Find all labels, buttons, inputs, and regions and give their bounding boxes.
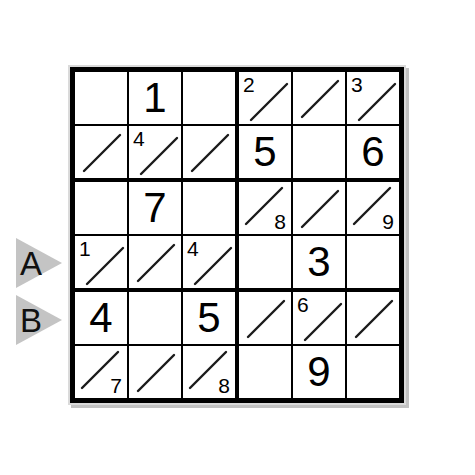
given-digit-below-slash: 8 [218,374,230,397]
cell-r1c6[interactable]: 3 [347,72,399,126]
cell-r1c3[interactable] [183,72,239,126]
cell-r3c3[interactable] [183,182,239,236]
cell-r6c2[interactable] [129,346,183,398]
cell-r3c5[interactable] [293,182,347,236]
cell-r5c4[interactable] [239,292,293,346]
given-digit-above-slash: 4 [187,237,199,260]
given-digit: 7 [143,187,166,229]
cell-slash [347,292,399,344]
cell-r2c2[interactable]: 4 [129,126,183,182]
given-digit-below-slash: 8 [274,210,286,233]
given-digit: 3 [307,241,330,283]
cell-r4c1[interactable]: 1 [75,236,129,292]
cell-r3c2[interactable]: 7 [129,182,183,236]
cell-r4c3[interactable]: 4 [183,236,239,292]
given-digit-below-slash: 9 [382,210,394,233]
cell-r5c3[interactable]: 5 [183,292,239,346]
marker-a-label: A [20,247,42,280]
cell-r6c1[interactable]: 7 [75,346,129,398]
cell-r5c5[interactable]: 6 [293,292,347,346]
cell-r3c1[interactable] [75,182,129,236]
cell-slash [293,72,345,124]
cell-r6c4[interactable] [239,346,293,398]
given-digit: 1 [143,77,166,119]
cell-slash [293,182,345,234]
cell-slash [183,126,235,178]
marker-b-label: B [20,304,42,337]
cell-r5c2[interactable] [129,292,183,346]
cell-r3c6[interactable]: 9 [347,182,399,236]
cell-r2c5[interactable] [293,126,347,182]
cell-r2c3[interactable] [183,126,239,182]
cell-r3c4[interactable]: 8 [239,182,293,236]
cell-r2c6[interactable]: 6 [347,126,399,182]
cell-r6c6[interactable] [347,346,399,398]
cell-slash [75,126,127,178]
cell-r2c4[interactable]: 5 [239,126,293,182]
cell-r1c5[interactable] [293,72,347,126]
cell-r4c4[interactable] [239,236,293,292]
given-digit-above-slash: 3 [351,73,363,96]
board: 123456789143456789 [70,67,404,403]
cell-r6c5[interactable]: 9 [293,346,347,398]
cell-r4c5[interactable]: 3 [293,236,347,292]
cell-r2c1[interactable] [75,126,129,182]
cell-slash [129,346,181,398]
given-digit-above-slash: 6 [297,293,309,316]
given-digit-below-slash: 7 [110,374,122,397]
marker-b: B [16,295,62,345]
given-digit-above-slash: 1 [79,237,91,260]
given-digit: 4 [89,297,112,339]
given-digit: 6 [361,131,384,173]
cell-r1c2[interactable]: 1 [129,72,183,126]
cell-r4c2[interactable] [129,236,183,292]
cell-r5c6[interactable] [347,292,399,346]
cell-r4c6[interactable] [347,236,399,292]
given-digit: 5 [197,297,220,339]
cell-r5c1[interactable]: 4 [75,292,129,346]
cell-r6c3[interactable]: 8 [183,346,239,398]
cell-slash [239,292,291,344]
cell-r1c4[interactable]: 2 [239,72,293,126]
puzzle-canvas: A B 123456789143456789 [0,0,475,475]
cell-r1c1[interactable] [75,72,129,126]
given-digit: 9 [307,351,330,393]
given-digit-above-slash: 4 [133,127,145,150]
marker-a: A [16,238,62,288]
given-digit: 5 [253,131,276,173]
given-digit-above-slash: 2 [243,73,255,96]
cell-slash [129,236,181,288]
